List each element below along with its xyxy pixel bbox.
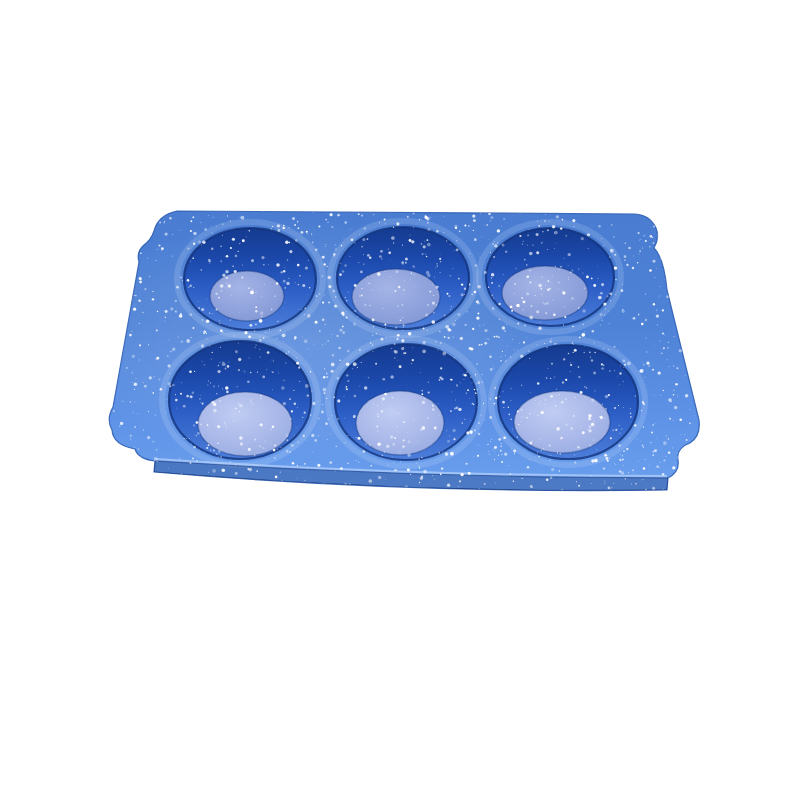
speckle-dot [694,258,695,259]
speckle-dot [302,417,303,418]
speckle-dot [134,447,135,448]
speckle-dot [404,280,405,281]
cup-floor [210,271,284,321]
speckle-dot [164,222,165,223]
speckle-dot [397,317,398,318]
speckle-dot [546,377,548,379]
speckle-dot [222,235,223,236]
speckle-dot [394,357,395,358]
speckle-dot [167,382,170,385]
speckle-dot [378,416,379,417]
speckle-dot [458,278,460,280]
speckle-dot [550,378,551,379]
speckle-dot [283,308,284,309]
speckle-dot [621,289,624,292]
speckle-dot [120,282,121,283]
speckle-dot [503,436,506,439]
speckle-dot [226,283,227,284]
speckle-dot [704,208,707,211]
speckle-dot [559,394,560,395]
speckle-dot [662,238,663,239]
speckle-dot [412,359,414,361]
speckle-dot [554,248,555,249]
speckle-dot [454,225,457,228]
speckle-dot [369,257,371,259]
speckle-dot [574,462,576,464]
speckle-dot [555,405,557,407]
speckle-dot [529,442,532,445]
speckle-dot [546,479,549,482]
speckle-dot [392,292,393,293]
speckle-dot [542,242,543,243]
speckle-dot [312,291,313,292]
speckle-dot [346,363,350,367]
speckle-dot [500,450,502,452]
speckle-dot [532,318,533,319]
speckle-dot [326,244,327,245]
speckle-dot [556,394,557,395]
speckle-dot [439,379,441,381]
speckle-dot [663,441,667,445]
speckle-dot [592,492,593,493]
speckle-dot [645,459,646,460]
speckle-dot [662,309,664,311]
speckle-dot [213,217,214,218]
speckle-dot [259,349,260,350]
speckle-dot [192,327,194,329]
speckle-dot [304,480,305,481]
speckle-dot [238,342,239,343]
speckle-dot [398,286,400,288]
speckle-dot [524,325,526,327]
speckle-dot [363,254,364,255]
speckle-dot [598,296,602,300]
speckle-dot [423,470,427,474]
speckle-dot [625,242,626,243]
speckle-dot [319,293,321,295]
speckle-dot [225,270,229,274]
speckle-dot [469,430,473,434]
speckle-dot [573,344,574,345]
speckle-dot [137,245,140,248]
speckle-dot [301,309,302,310]
speckle-dot [538,225,540,227]
speckle-dot [529,413,530,414]
speckle-dot [226,391,229,394]
speckle-dot [230,320,231,321]
speckle-dot [456,406,459,409]
speckle-dot [186,395,189,398]
speckle-dot [129,262,132,265]
speckle-dot [621,460,622,461]
speckle-dot [177,488,178,489]
speckle-dot [686,439,688,441]
speckle-dot [255,347,256,348]
speckle-dot [209,345,210,346]
speckle-dot [512,430,513,431]
speckle-dot [156,260,157,261]
speckle-dot [172,255,173,256]
speckle-dot [510,418,512,420]
speckle-dot [213,450,215,452]
speckle-dot [681,307,684,310]
speckle-dot [656,465,658,467]
speckle-dot [175,394,176,395]
speckle-dot [154,457,158,461]
speckle-dot [288,278,289,279]
speckle-dot [536,310,539,313]
speckle-dot [315,321,318,324]
speckle-dot [144,385,147,388]
speckle-dot [581,333,585,337]
speckle-dot [427,304,429,306]
speckle-dot [152,474,153,475]
speckle-dot [649,246,651,248]
speckle-dot [529,358,530,359]
speckle-dot [513,450,516,453]
speckle-dot [140,487,142,489]
speckle-dot [643,447,644,448]
speckle-dot [435,341,436,342]
speckle-dot [478,422,479,423]
speckle-dot [331,334,332,335]
speckle-dot [472,428,473,429]
speckle-dot [327,439,328,440]
speckle-dot [126,303,127,304]
speckle-dot [689,254,690,255]
speckle-dot [435,267,436,268]
speckle-dot [128,241,131,244]
speckle-dot [293,390,294,391]
speckle-dot [561,401,564,404]
speckle-dot [367,254,370,257]
speckle-dot [229,206,231,208]
speckle-dot [613,482,615,484]
speckle-dot [225,425,226,426]
speckle-dot [359,349,361,351]
speckle-dot [663,488,664,489]
speckle-dot [335,250,336,251]
speckle-dot [505,250,507,252]
speckle-dot [147,436,150,439]
speckle-dot [220,290,222,292]
speckle-dot [666,277,667,278]
speckle-dot [694,493,695,494]
speckle-dot [676,261,677,262]
speckle-dot [604,314,605,315]
speckle-dot [241,216,245,220]
speckle-dot [602,404,603,405]
speckle-dot [143,382,144,383]
speckle-dot [111,231,114,234]
speckle-dot [540,210,541,211]
speckle-dot [621,428,622,429]
speckle-dot [527,275,530,278]
speckle-dot [120,311,121,312]
speckle-dot [286,434,287,435]
speckle-dot [272,360,273,361]
speckle-dot [438,452,440,454]
speckle-dot [591,423,594,426]
speckle-dot [487,338,488,339]
speckle-dot [695,292,696,293]
speckle-dot [161,247,164,250]
speckle-dot [260,374,261,375]
speckle-dot [550,477,553,480]
speckle-dot [701,297,702,298]
speckle-dot [261,316,262,317]
speckle-dot [667,247,668,248]
speckle-dot [294,403,296,405]
speckle-dot [361,246,363,248]
speckle-dot [477,455,479,457]
speckle-dot [530,282,532,284]
speckle-dot [619,445,621,447]
speckle-dot [201,480,202,481]
speckle-dot [289,398,291,400]
speckle-dot [239,436,242,439]
speckle-dot [260,423,263,426]
speckle-dot [207,424,209,426]
speckle-dot [340,329,343,332]
speckle-dot [477,407,478,408]
speckle-dot [114,278,115,279]
speckle-dot [165,412,166,413]
speckle-dot [643,426,644,427]
speckle-dot [498,438,501,441]
speckle-dot [474,389,475,390]
speckle-dot [665,238,666,239]
speckle-dot [148,466,151,469]
speckle-dot [358,262,359,263]
speckle-dot [402,330,403,331]
speckle-dot [155,357,158,360]
speckle-dot [381,401,382,402]
speckle-dot [520,355,523,358]
speckle-dot [114,441,116,443]
speckle-dot [437,294,438,295]
speckle-dot [440,473,442,475]
speckle-dot [537,451,538,452]
speckle-dot [347,380,349,382]
speckle-dot [239,206,240,207]
speckle-dot [249,230,251,232]
speckle-dot [386,337,387,338]
speckle-dot [122,256,123,257]
speckle-dot [491,277,492,278]
speckle-dot [218,450,221,453]
speckle-dot [568,279,569,280]
speckle-dot [222,469,225,472]
speckle-dot [596,449,597,450]
speckle-dot [368,409,369,410]
speckle-dot [220,284,224,288]
speckle-dot [615,429,617,431]
speckle-dot [110,384,111,385]
speckle-dot [211,359,212,360]
muffin-pan-illustration [0,0,800,800]
speckle-dot [700,449,701,450]
speckle-dot [407,453,411,457]
speckle-dot [447,440,450,443]
speckle-dot [473,404,474,405]
speckle-dot [276,338,277,339]
speckle-dot [384,393,387,396]
speckle-dot [180,277,182,279]
speckle-dot [354,238,355,239]
speckle-dot [269,329,270,330]
speckle-dot [344,297,346,299]
speckle-dot [407,216,409,218]
speckle-dot [326,398,327,399]
speckle-dot [202,361,203,362]
speckle-dot [570,362,571,363]
speckle-dot [309,287,311,289]
speckle-dot [646,337,647,338]
speckle-dot [464,288,466,290]
speckle-dot [499,396,500,397]
speckle-dot [135,295,136,296]
speckle-dot [452,429,456,433]
speckle-dot [216,453,218,455]
speckle-dot [209,259,210,260]
speckle-dot [551,338,552,339]
speckle-dot [447,293,449,295]
speckle-dot [626,448,628,450]
speckle-dot [687,476,691,480]
speckle-dot [683,245,685,247]
speckle-dot [510,400,511,401]
speckle-dot [479,253,480,254]
speckle-dot [433,295,434,296]
speckle-dot [646,351,647,352]
speckle-dot [235,255,238,258]
speckle-dot [687,215,688,216]
speckle-dot [661,353,662,354]
speckle-dot [603,245,604,246]
speckle-dot [597,266,598,267]
speckle-dot [650,235,653,238]
speckle-dot [322,404,323,405]
speckle-dot [206,319,210,323]
speckle-dot [474,291,477,294]
speckle-dot [248,335,251,338]
speckle-dot [455,400,456,401]
speckle-dot [396,338,398,340]
speckle-dot [272,389,273,390]
speckle-dot [402,304,404,306]
speckle-dot [251,259,254,262]
speckle-dot [285,333,286,334]
speckle-dot [491,273,494,276]
speckle-dot [197,432,200,435]
speckle-dot [459,230,461,232]
speckle-dot [484,419,485,420]
speckle-dot [156,329,158,331]
speckle-dot [394,343,396,345]
speckle-dot [255,324,257,326]
speckle-dot [208,484,209,485]
speckle-dot [593,439,594,440]
speckle-dot [588,425,591,428]
speckle-dot [280,472,281,473]
speckle-dot [558,289,559,290]
speckle-dot [446,240,447,241]
speckle-dot [226,427,227,428]
speckle-dot [244,331,247,334]
speckle-dot [663,390,664,391]
speckle-dot [537,251,538,252]
speckle-dot [232,427,233,428]
speckle-dot [551,468,554,471]
speckle-dot [134,452,135,453]
speckle-dot [170,308,173,311]
speckle-dot [192,216,194,218]
speckle-dot [538,327,541,330]
speckle-dot [541,242,543,244]
speckle-dot [492,365,493,366]
speckle-dot [410,235,411,236]
speckle-dot [604,483,605,484]
speckle-dot [322,318,325,321]
speckle-dot [149,210,150,211]
speckle-dot [527,245,528,246]
speckle-dot [442,451,443,452]
speckle-dot [458,408,461,411]
speckle-dot [139,277,142,280]
speckle-dot [261,256,264,259]
speckle-dot [692,274,695,277]
speckle-dot [129,483,131,485]
speckle-dot [459,480,461,482]
speckle-dot [498,455,499,456]
speckle-dot [673,420,674,421]
speckle-dot [332,354,334,356]
speckle-dot [297,441,299,443]
speckle-dot [479,488,480,489]
speckle-dot [359,234,360,235]
speckle-dot [483,403,484,404]
speckle-dot [108,399,109,400]
speckle-dot [332,492,333,493]
speckle-dot [346,311,347,312]
speckle-dot [546,346,547,347]
speckle-dot [588,429,591,432]
speckle-dot [234,420,235,421]
speckle-dot [289,242,290,243]
speckle-dot [621,370,622,371]
speckle-dot [610,249,614,253]
speckle-dot [619,372,621,374]
speckle-dot [222,361,223,362]
speckle-dot [346,386,348,388]
speckle-dot [287,259,289,261]
speckle-dot [357,437,360,440]
speckle-dot [417,441,418,442]
speckle-dot [412,265,415,268]
speckle-dot [664,241,665,242]
speckle-dot [624,364,626,366]
speckle-dot [422,253,424,255]
speckle-dot [190,220,192,222]
speckle-dot [445,325,449,329]
speckle-dot [276,263,280,267]
speckle-dot [379,222,380,223]
speckle-dot [608,311,609,312]
speckle-dot [667,359,668,360]
speckle-dot [347,350,349,352]
speckle-dot [377,413,378,414]
